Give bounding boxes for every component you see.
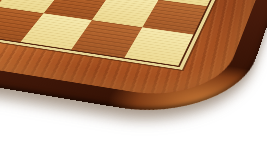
board-photo (0, 0, 267, 155)
board-shadow (0, 0, 267, 155)
playing-field (0, 0, 265, 66)
chessboard (0, 0, 267, 105)
